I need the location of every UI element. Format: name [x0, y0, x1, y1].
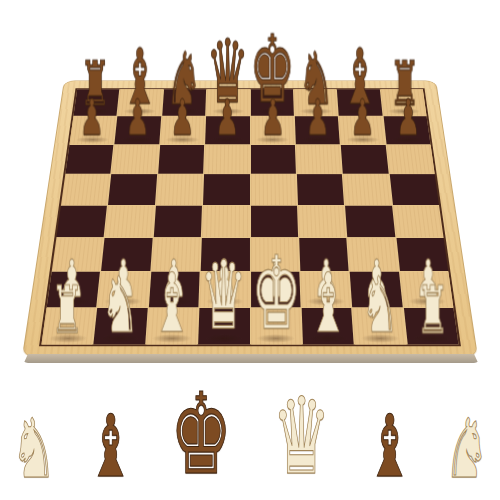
- square-a1: ♜: [41, 308, 96, 345]
- square-e4: [251, 205, 298, 237]
- square-d1: ♛: [198, 308, 249, 345]
- piece-white-knight: ♞: [361, 268, 399, 341]
- square-h6: [386, 145, 434, 174]
- square-h5: [389, 174, 439, 204]
- square-f5: [297, 174, 344, 204]
- square-d6: [204, 145, 249, 174]
- square-b4: [105, 205, 155, 237]
- square-g5: [343, 174, 392, 204]
- square-h7: ♟: [383, 116, 430, 144]
- piece-black-pawn: ♟: [260, 95, 284, 142]
- square-a7: ♟: [70, 116, 117, 144]
- square-c4: [154, 205, 203, 237]
- piece-white-queen: ♛: [201, 251, 248, 341]
- piece-white-king: ♚: [251, 245, 301, 341]
- piece-black-pawn: ♟: [306, 95, 330, 142]
- square-c1: ♝: [146, 308, 198, 345]
- piece-white-rook: ♜: [416, 279, 449, 342]
- chess-board: ♜♝♞♛♚♞♝♜♟♟♟♟♟♟♟♟♟♟♟♟♟♟♟♟♜♞♝♛♚♝♞♜: [22, 80, 478, 357]
- piece-black-pawn: ♟: [396, 95, 420, 142]
- board-frame: ♜♝♞♛♚♞♝♜♟♟♟♟♟♟♟♟♟♟♟♟♟♟♟♟♜♞♝♛♚♝♞♜: [22, 80, 478, 357]
- square-f7: ♟: [295, 116, 340, 144]
- square-d5: [203, 174, 249, 204]
- square-f1: ♝: [302, 308, 354, 345]
- piece-white-bishop: ♝: [308, 264, 348, 341]
- square-g1: ♞: [352, 308, 406, 345]
- square-g4: [345, 205, 395, 237]
- board-edge: [22, 354, 480, 363]
- piece-lineup: ♟♜♞♝♚♛♝♞♜♟: [0, 383, 500, 486]
- lineup-piece-light-queen: ♛: [272, 388, 331, 486]
- square-g6: [341, 145, 388, 174]
- square-c6: [158, 145, 204, 174]
- square-b7: ♟: [115, 116, 161, 144]
- checker-grid: ♜♝♞♛♚♞♝♜♟♟♟♟♟♟♟♟♟♟♟♟♟♟♟♟♜♞♝♛♚♝♞♜: [41, 89, 458, 344]
- piece-white-bishop: ♝: [152, 264, 192, 341]
- square-b5: [108, 174, 157, 204]
- piece-black-pawn: ♟: [125, 95, 149, 142]
- product-photo: ♜♝♞♛♚♞♝♜♟♟♟♟♟♟♟♟♟♟♟♟♟♟♟♟♜♞♝♛♚♝♞♜ ♟♜♞♝♚♛♝…: [0, 0, 500, 500]
- square-b6: [112, 145, 159, 174]
- square-h1: ♜: [403, 308, 458, 345]
- square-f4: [298, 205, 347, 237]
- square-b1: ♞: [94, 308, 148, 345]
- square-e5: [250, 174, 296, 204]
- piece-black-pawn: ♟: [215, 95, 239, 142]
- lineup-piece-light-knight: ♞: [11, 411, 57, 486]
- square-g7: ♟: [339, 116, 385, 144]
- piece-black-pawn: ♟: [170, 95, 194, 142]
- piece-white-rook: ♜: [51, 279, 84, 342]
- square-d7: ♟: [205, 116, 249, 144]
- square-a5: [61, 174, 111, 204]
- square-e7: ♟: [250, 116, 294, 144]
- lineup-piece-dark-bishop: ♝: [87, 407, 135, 486]
- lineup-piece-dark-king: ♚: [170, 383, 232, 486]
- square-d4: [202, 205, 249, 237]
- square-a4: [57, 205, 108, 237]
- lineup-piece-light-knight: ♞: [444, 411, 490, 486]
- piece-black-pawn: ♟: [80, 95, 104, 142]
- square-a6: [65, 145, 113, 174]
- square-e1: ♚: [251, 308, 302, 345]
- lineup-piece-dark-bishop: ♝: [365, 407, 413, 486]
- square-h4: [393, 205, 444, 237]
- square-c5: [156, 174, 203, 204]
- square-c7: ♟: [160, 116, 205, 144]
- square-e6: [250, 145, 295, 174]
- piece-white-knight: ♞: [101, 268, 139, 341]
- piece-black-pawn: ♟: [351, 95, 375, 142]
- square-f6: [296, 145, 342, 174]
